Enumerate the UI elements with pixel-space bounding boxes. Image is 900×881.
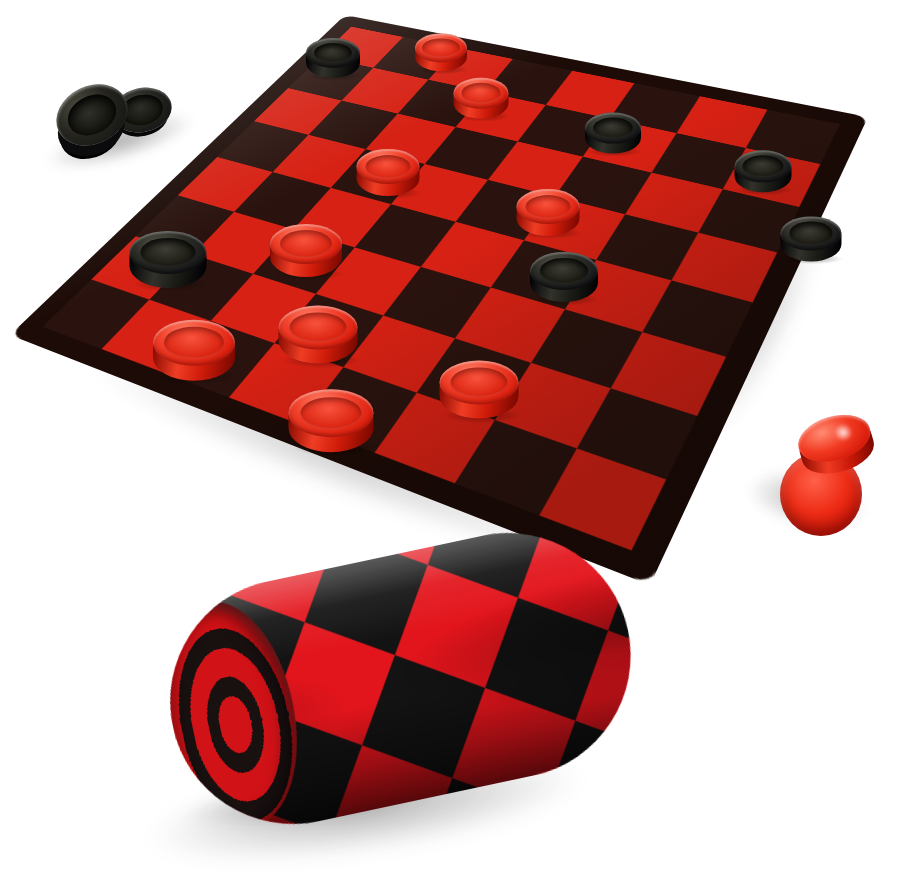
checker-top-face — [781, 216, 842, 250]
checker-piece-black — [781, 216, 842, 261]
checker-piece-black — [306, 38, 360, 78]
checker-piece-black — [530, 252, 598, 302]
checker-ring-recess — [461, 83, 501, 104]
checker-top-face — [454, 78, 509, 109]
checker-ring-recess — [789, 222, 833, 245]
checker-ring-recess — [280, 230, 332, 257]
checker-top-face — [440, 360, 519, 404]
checker-top-face — [270, 224, 342, 264]
checker-piece-red — [289, 389, 374, 452]
checker-piece-black — [130, 231, 207, 288]
checker-ring-recess — [300, 397, 361, 429]
checker-top-face — [130, 231, 207, 274]
checker-ring-recess — [451, 368, 508, 398]
checker-ring-recess — [164, 327, 223, 358]
checker-ring-recess — [314, 43, 353, 64]
checker-top-face — [306, 38, 360, 68]
loose-black-checker — [46, 73, 138, 158]
product-photo-scene — [0, 0, 900, 881]
checker-top-face — [289, 389, 374, 437]
checker-ring-recess — [540, 258, 589, 284]
checker-ring-recess — [290, 313, 347, 343]
checker-top-face — [517, 189, 580, 224]
checker-piece-red — [270, 224, 342, 277]
checker-piece-black — [585, 113, 641, 154]
checker-ring-recess — [525, 195, 570, 219]
checker-top-face — [153, 320, 235, 366]
checker-piece-red — [454, 78, 509, 119]
loose-red-checker — [793, 407, 882, 489]
checker-piece-red — [440, 360, 519, 418]
checker-ring-recess — [140, 238, 195, 267]
checker-ring-recess — [365, 155, 410, 179]
checker-top-face — [415, 33, 467, 62]
checker-piece-red — [517, 189, 580, 236]
checker-ring-recess — [742, 155, 783, 177]
checker-ring-recess — [593, 118, 633, 139]
checker-top-face — [279, 305, 358, 349]
checker-top-face — [530, 252, 598, 290]
checker-top-face — [357, 149, 420, 184]
blanket-roll — [148, 510, 654, 846]
checker-piece-black — [735, 150, 792, 192]
checker-piece-red — [415, 33, 467, 71]
checker-ring-recess — [422, 38, 459, 58]
checker-top-face — [735, 150, 792, 182]
checker-piece-red — [279, 305, 358, 363]
checker-piece-red — [153, 320, 235, 381]
checker-piece-red — [357, 149, 420, 196]
